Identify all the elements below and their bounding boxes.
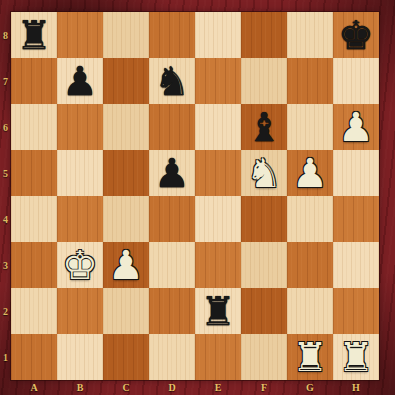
square-a4[interactable] bbox=[11, 196, 57, 242]
rank-label-7: 7 bbox=[0, 58, 11, 104]
rank-label-6: 6 bbox=[0, 104, 11, 150]
square-g6[interactable] bbox=[287, 104, 333, 150]
square-a7[interactable] bbox=[11, 58, 57, 104]
piece-white-pawn[interactable]: ♟ bbox=[287, 150, 333, 196]
file-label-d: D bbox=[149, 379, 195, 395]
piece-black-pawn[interactable]: ♟ bbox=[57, 58, 103, 104]
square-e8[interactable] bbox=[195, 12, 241, 58]
piece-white-pawn[interactable]: ♟ bbox=[333, 104, 379, 150]
square-d4[interactable] bbox=[149, 196, 195, 242]
rank-label-2: 2 bbox=[0, 288, 11, 334]
square-e5[interactable] bbox=[195, 150, 241, 196]
piece-black-pawn[interactable]: ♟ bbox=[149, 150, 195, 196]
square-b4[interactable] bbox=[57, 196, 103, 242]
piece-black-rook[interactable]: ♜ bbox=[195, 288, 241, 334]
file-label-e: E bbox=[195, 379, 241, 395]
file-label-a: A bbox=[11, 379, 57, 395]
square-f8[interactable] bbox=[241, 12, 287, 58]
square-g8[interactable] bbox=[287, 12, 333, 58]
piece-white-rook[interactable]: ♜ bbox=[333, 334, 379, 380]
piece-white-knight[interactable]: ♞ bbox=[241, 150, 287, 196]
square-d3[interactable] bbox=[149, 242, 195, 288]
square-h3[interactable] bbox=[333, 242, 379, 288]
square-h8[interactable]: ♚ bbox=[333, 12, 379, 58]
square-e7[interactable] bbox=[195, 58, 241, 104]
square-h5[interactable] bbox=[333, 150, 379, 196]
piece-white-rook[interactable]: ♜ bbox=[287, 334, 333, 380]
chessboard-frame: 87654321 ♜♚♟♞♝♟♟♞♟♚♟♜♜♜ ABCDEFGH bbox=[0, 0, 395, 395]
rank-labels: 87654321 bbox=[0, 12, 11, 380]
square-e3[interactable] bbox=[195, 242, 241, 288]
square-c2[interactable] bbox=[103, 288, 149, 334]
square-c3[interactable]: ♟ bbox=[103, 242, 149, 288]
square-f5[interactable]: ♞ bbox=[241, 150, 287, 196]
square-a3[interactable] bbox=[11, 242, 57, 288]
square-d1[interactable] bbox=[149, 334, 195, 380]
square-c7[interactable] bbox=[103, 58, 149, 104]
square-f6[interactable]: ♝ bbox=[241, 104, 287, 150]
square-h7[interactable] bbox=[333, 58, 379, 104]
file-label-h: H bbox=[333, 379, 379, 395]
piece-black-bishop[interactable]: ♝ bbox=[241, 104, 287, 150]
square-d5[interactable]: ♟ bbox=[149, 150, 195, 196]
square-c1[interactable] bbox=[103, 334, 149, 380]
square-g3[interactable] bbox=[287, 242, 333, 288]
square-b5[interactable] bbox=[57, 150, 103, 196]
square-d2[interactable] bbox=[149, 288, 195, 334]
square-d8[interactable] bbox=[149, 12, 195, 58]
rank-label-8: 8 bbox=[0, 12, 11, 58]
rank-label-1: 1 bbox=[0, 334, 11, 380]
rank-label-5: 5 bbox=[0, 150, 11, 196]
square-b8[interactable] bbox=[57, 12, 103, 58]
square-c4[interactable] bbox=[103, 196, 149, 242]
square-a2[interactable] bbox=[11, 288, 57, 334]
square-a5[interactable] bbox=[11, 150, 57, 196]
square-d6[interactable] bbox=[149, 104, 195, 150]
square-c8[interactable] bbox=[103, 12, 149, 58]
square-g7[interactable] bbox=[287, 58, 333, 104]
square-e1[interactable] bbox=[195, 334, 241, 380]
square-g1[interactable]: ♜ bbox=[287, 334, 333, 380]
square-c6[interactable] bbox=[103, 104, 149, 150]
file-label-c: C bbox=[103, 379, 149, 395]
square-g2[interactable] bbox=[287, 288, 333, 334]
rank-label-3: 3 bbox=[0, 242, 11, 288]
file-labels: ABCDEFGH bbox=[11, 379, 379, 395]
file-label-b: B bbox=[57, 379, 103, 395]
square-a1[interactable] bbox=[11, 334, 57, 380]
square-g5[interactable]: ♟ bbox=[287, 150, 333, 196]
square-b3[interactable]: ♚ bbox=[57, 242, 103, 288]
square-h6[interactable]: ♟ bbox=[333, 104, 379, 150]
square-f2[interactable] bbox=[241, 288, 287, 334]
square-e6[interactable] bbox=[195, 104, 241, 150]
square-e4[interactable] bbox=[195, 196, 241, 242]
piece-black-rook[interactable]: ♜ bbox=[11, 12, 57, 58]
piece-white-king[interactable]: ♚ bbox=[57, 242, 103, 288]
chess-board[interactable]: ♜♚♟♞♝♟♟♞♟♚♟♜♜♜ bbox=[11, 12, 379, 380]
square-a8[interactable]: ♜ bbox=[11, 12, 57, 58]
square-f4[interactable] bbox=[241, 196, 287, 242]
square-b2[interactable] bbox=[57, 288, 103, 334]
square-e2[interactable]: ♜ bbox=[195, 288, 241, 334]
square-c5[interactable] bbox=[103, 150, 149, 196]
square-h1[interactable]: ♜ bbox=[333, 334, 379, 380]
file-label-g: G bbox=[287, 379, 333, 395]
square-b7[interactable]: ♟ bbox=[57, 58, 103, 104]
square-b1[interactable] bbox=[57, 334, 103, 380]
piece-black-king[interactable]: ♚ bbox=[333, 12, 379, 58]
square-f7[interactable] bbox=[241, 58, 287, 104]
square-b6[interactable] bbox=[57, 104, 103, 150]
square-f1[interactable] bbox=[241, 334, 287, 380]
square-f3[interactable] bbox=[241, 242, 287, 288]
file-label-f: F bbox=[241, 379, 287, 395]
piece-black-knight[interactable]: ♞ bbox=[149, 58, 195, 104]
piece-white-pawn[interactable]: ♟ bbox=[103, 242, 149, 288]
square-h2[interactable] bbox=[333, 288, 379, 334]
square-d7[interactable]: ♞ bbox=[149, 58, 195, 104]
square-g4[interactable] bbox=[287, 196, 333, 242]
rank-label-4: 4 bbox=[0, 196, 11, 242]
square-h4[interactable] bbox=[333, 196, 379, 242]
square-a6[interactable] bbox=[11, 104, 57, 150]
